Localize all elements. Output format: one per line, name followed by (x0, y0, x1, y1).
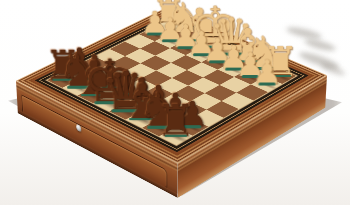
chess-set-photo: ♜♞♝♛♚♝♞♜♟♟♟♟♟♟♟♟♟♟♟♟♟♟♟♟♜♞♝♛♚♝♞♜ (0, 0, 350, 205)
chess-case: ♜♞♝♛♚♝♞♜♟♟♟♟♟♟♟♟♟♟♟♟♟♟♟♟♜♞♝♛♚♝♞♜ (16, 7, 327, 163)
white-pawn-a2: ♟ (250, 56, 283, 84)
piece-shadow-streak (304, 37, 337, 53)
black-rook-a8: ♜ (154, 99, 198, 136)
